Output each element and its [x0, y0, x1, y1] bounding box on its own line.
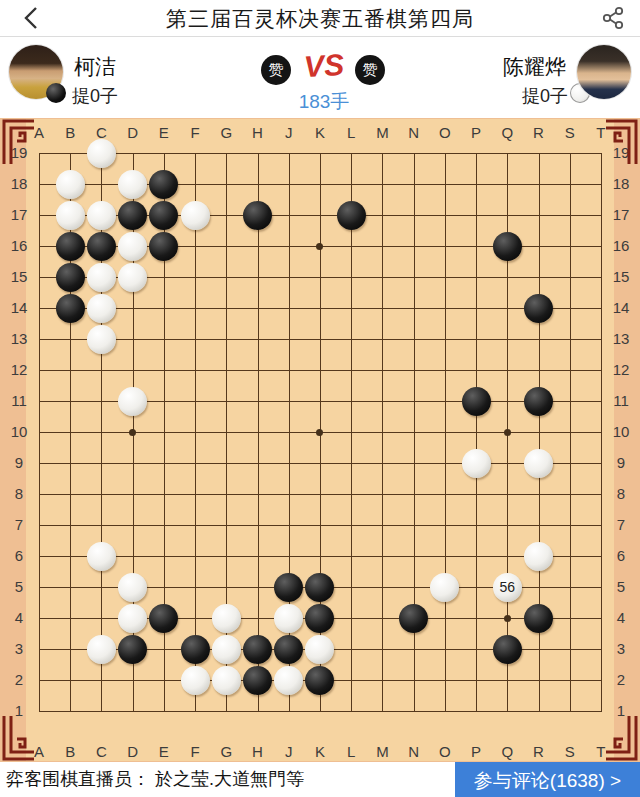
coord-number-left: 4 [4, 609, 34, 626]
stone-C3 [87, 635, 116, 664]
coord-number-left: 15 [4, 268, 34, 285]
stone-N4 [399, 604, 428, 633]
coord-letter-bottom: O [434, 743, 456, 760]
grid-line [601, 153, 602, 711]
coord-number-right: 12 [606, 361, 636, 378]
coord-letter-bottom: R [528, 743, 550, 760]
stone-R6 [524, 542, 553, 571]
star-point [504, 615, 511, 622]
coord-number-left: 10 [4, 423, 34, 440]
coord-number-right: 16 [606, 237, 636, 254]
stone-K4 [305, 604, 334, 633]
stone-D15 [118, 263, 147, 292]
coord-number-right: 17 [606, 206, 636, 223]
coord-letter-top: K [309, 124, 331, 141]
black-player-name: 柯洁 [74, 53, 116, 81]
grid-line [39, 463, 602, 464]
stone-K3 [305, 635, 334, 664]
stone-D5 [118, 573, 147, 602]
coord-letter-top: R [528, 124, 550, 141]
stone-B18 [56, 170, 85, 199]
coord-letter-top: M [371, 124, 393, 141]
stone-C13 [87, 325, 116, 354]
corner-motif-top-left [1, 119, 35, 165]
coord-letter-bottom: Q [496, 743, 518, 760]
coord-number-left: 14 [4, 299, 34, 316]
stone-R11 [524, 387, 553, 416]
stone-Q5: 56 [493, 573, 522, 602]
grid-line [382, 153, 383, 711]
coord-number-right: 5 [606, 578, 636, 595]
move-count: 183手 [270, 89, 378, 115]
grid-line [476, 153, 477, 711]
coord-number-left: 17 [4, 206, 34, 223]
vs-label: VS [299, 47, 349, 84]
black-stone-icon [46, 83, 66, 103]
coord-letter-top: N [403, 124, 425, 141]
go-board[interactable]: AABBCCDDEEFFGGHHJJKKLLMMNNOOPPQQRRSSTT19… [0, 118, 640, 762]
coord-number-right: 8 [606, 485, 636, 502]
coord-letter-bottom: C [90, 743, 112, 760]
corner-motif-top-right [605, 119, 639, 165]
coord-letter-top: E [153, 124, 175, 141]
coord-number-left: 12 [4, 361, 34, 378]
move-number-label: 56 [493, 573, 522, 602]
stone-D18 [118, 170, 147, 199]
stone-B16 [56, 232, 85, 261]
broadcast-text: 弈客围棋直播员： 於之莹.大道無門等 [6, 767, 304, 791]
stone-C16 [87, 232, 116, 261]
player-bar: 柯洁 提0子 赞 VS 赞 183手 陈耀烨 提0子 [0, 37, 640, 118]
stone-F3 [181, 635, 210, 664]
coord-letter-top: L [340, 124, 362, 141]
white-player-name: 陈耀烨 [503, 53, 566, 81]
black-captures: 提0子 [72, 84, 118, 108]
coord-letter-bottom: H [247, 743, 269, 760]
stone-E17 [149, 201, 178, 230]
corner-motif-bottom-left [1, 715, 35, 761]
stone-R4 [524, 604, 553, 633]
coord-letter-bottom: M [371, 743, 393, 760]
stone-E4 [149, 604, 178, 633]
coord-letter-bottom: P [465, 743, 487, 760]
stone-D3 [118, 635, 147, 664]
coord-letter-bottom: S [559, 743, 581, 760]
stone-R9 [524, 449, 553, 478]
join-comments-button[interactable]: 参与评论(1638) > [455, 762, 640, 797]
page-title: 第三届百灵杯决赛五番棋第四局 [0, 5, 640, 33]
stone-D16 [118, 232, 147, 261]
coord-number-left: 18 [4, 175, 34, 192]
stone-D11 [118, 387, 147, 416]
go-app-screen: { "game": "go (weiqi), 19x19", "header":… [0, 0, 640, 797]
grid-line [445, 153, 446, 711]
stone-G3 [212, 635, 241, 664]
coord-number-left: 2 [4, 671, 34, 688]
stone-D17 [118, 201, 147, 230]
coord-letter-top: O [434, 124, 456, 141]
star-point [129, 429, 136, 436]
stone-B14 [56, 294, 85, 323]
star-point [316, 429, 323, 436]
grid-line [39, 711, 602, 712]
coord-number-left: 7 [4, 516, 34, 533]
coord-number-right: 4 [606, 609, 636, 626]
stone-H2 [243, 666, 272, 695]
coord-number-right: 18 [606, 175, 636, 192]
coord-letter-bottom: F [184, 743, 206, 760]
coord-letter-bottom: E [153, 743, 175, 760]
coord-number-left: 16 [4, 237, 34, 254]
coord-number-right: 3 [606, 640, 636, 657]
top-bar: 第三届百灵杯决赛五番棋第四局 [0, 0, 640, 37]
stone-J4 [274, 604, 303, 633]
stone-F17 [181, 201, 210, 230]
praise-badge-left[interactable]: 赞 [261, 55, 291, 85]
coord-number-left: 11 [4, 392, 34, 409]
coord-number-left: 13 [4, 330, 34, 347]
stone-E18 [149, 170, 178, 199]
coord-number-left: 6 [4, 547, 34, 564]
grid-line [351, 153, 352, 711]
coord-letter-bottom: K [309, 743, 331, 760]
star-point [504, 429, 511, 436]
stone-B17 [56, 201, 85, 230]
stone-H17 [243, 201, 272, 230]
coord-number-right: 13 [606, 330, 636, 347]
coord-number-right: 10 [606, 423, 636, 440]
stone-G2 [212, 666, 241, 695]
coord-letter-top: B [59, 124, 81, 141]
coord-letter-bottom: N [403, 743, 425, 760]
coord-letter-top: S [559, 124, 581, 141]
coord-letter-bottom: G [215, 743, 237, 760]
stone-L17 [337, 201, 366, 230]
grid-line [39, 494, 602, 495]
stone-P11 [462, 387, 491, 416]
coord-letter-top: H [247, 124, 269, 141]
stone-K2 [305, 666, 334, 695]
stone-C17 [87, 201, 116, 230]
stone-C6 [87, 542, 116, 571]
stone-F2 [181, 666, 210, 695]
coord-number-right: 6 [606, 547, 636, 564]
coord-number-left: 8 [4, 485, 34, 502]
stone-J2 [274, 666, 303, 695]
stone-K5 [305, 573, 334, 602]
stone-D4 [118, 604, 147, 633]
stone-C19 [87, 139, 116, 168]
coord-number-right: 14 [606, 299, 636, 316]
coord-number-right: 2 [606, 671, 636, 688]
white-captures: 提0子 [522, 84, 568, 108]
coord-number-right: 7 [606, 516, 636, 533]
stone-C14 [87, 294, 116, 323]
grid-line [39, 556, 602, 557]
stone-C15 [87, 263, 116, 292]
grid-line [39, 525, 602, 526]
coord-number-right: 15 [606, 268, 636, 285]
grid-line [570, 153, 571, 711]
board-frame: AABBCCDDEEFFGGHHJJKKLLMMNNOOPPQQRRSSTT19… [0, 118, 640, 762]
stone-Q16 [493, 232, 522, 261]
coord-letter-top: J [278, 124, 300, 141]
stone-Q3 [493, 635, 522, 664]
coord-letter-bottom: B [59, 743, 81, 760]
coord-number-right: 9 [606, 454, 636, 471]
star-point [316, 243, 323, 250]
stone-B15 [56, 263, 85, 292]
coord-letter-bottom: J [278, 743, 300, 760]
stone-P9 [462, 449, 491, 478]
coord-letter-top: G [215, 124, 237, 141]
coord-letter-top: D [122, 124, 144, 141]
white-player-avatar[interactable] [577, 45, 631, 99]
coord-letter-top: P [465, 124, 487, 141]
stone-J3 [274, 635, 303, 664]
corner-motif-bottom-right [605, 715, 639, 761]
stone-H3 [243, 635, 272, 664]
coord-letter-bottom: L [340, 743, 362, 760]
stone-G4 [212, 604, 241, 633]
stone-J5 [274, 573, 303, 602]
coord-letter-top: Q [496, 124, 518, 141]
praise-badge-right[interactable]: 赞 [355, 55, 385, 85]
coord-number-left: 5 [4, 578, 34, 595]
stone-R14 [524, 294, 553, 323]
stone-E16 [149, 232, 178, 261]
coord-letter-bottom: D [122, 743, 144, 760]
coord-letter-top: F [184, 124, 206, 141]
coord-number-right: 11 [606, 392, 636, 409]
coord-number-left: 9 [4, 454, 34, 471]
stone-O5 [430, 573, 459, 602]
coord-number-left: 3 [4, 640, 34, 657]
bottom-bar: 弈客围棋直播员： 於之莹.大道無門等 参与评论(1638) > [0, 762, 640, 797]
share-icon[interactable] [600, 5, 626, 31]
